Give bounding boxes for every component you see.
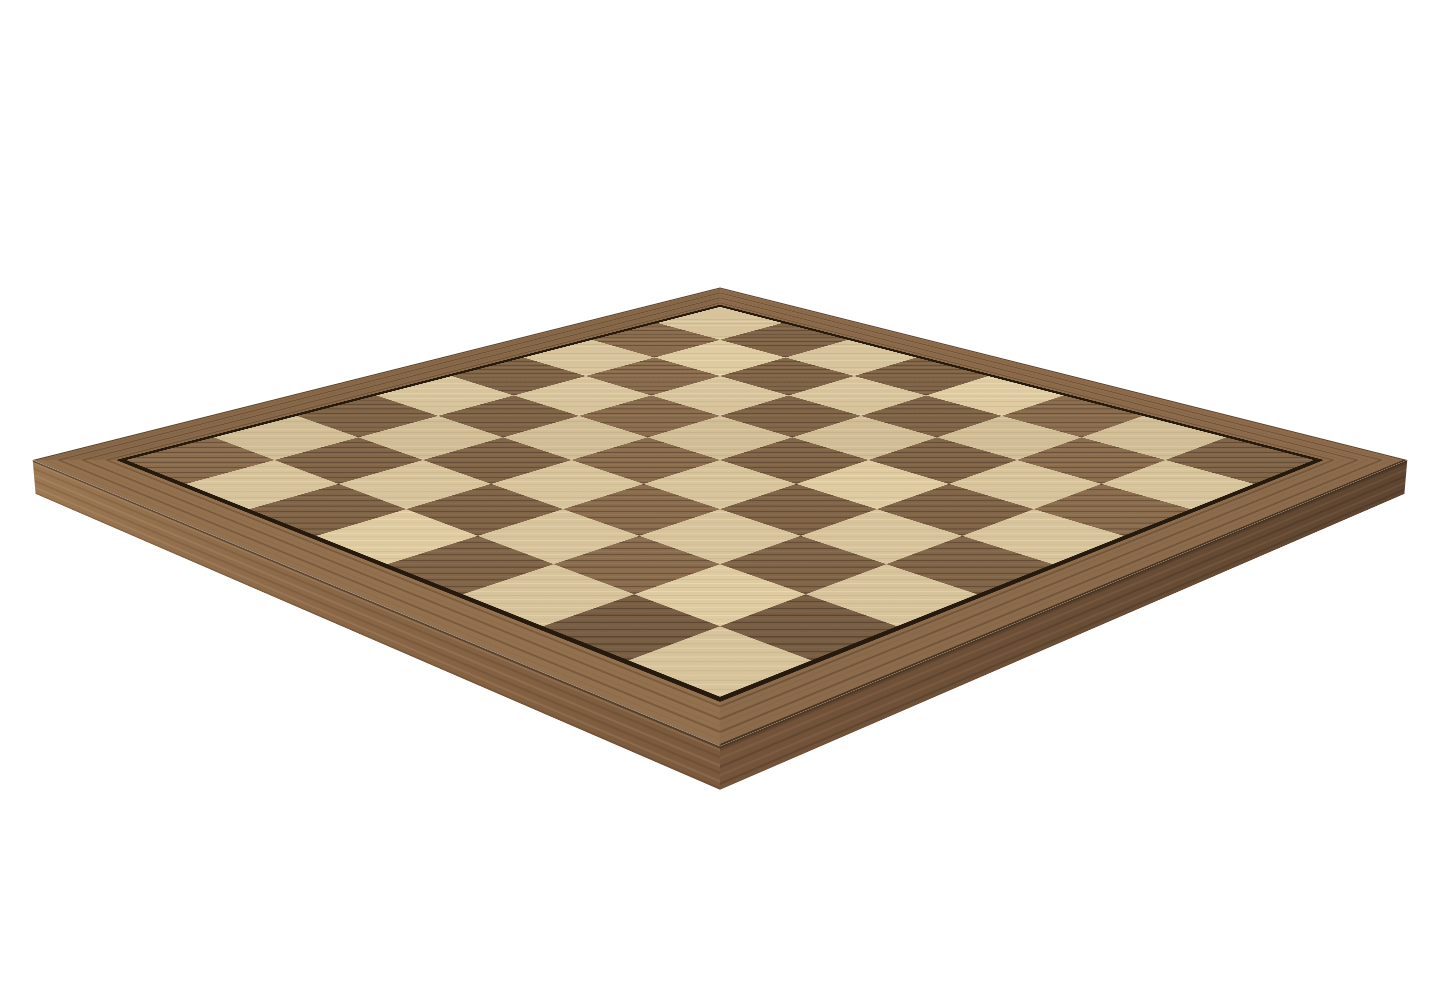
square-f2 <box>554 536 720 594</box>
board-top-surface <box>33 288 1408 747</box>
square-h4 <box>886 536 1052 594</box>
square-g6 <box>949 460 1102 509</box>
square-h2 <box>720 594 897 660</box>
square-g3 <box>720 536 886 594</box>
square-g1 <box>543 594 720 660</box>
square-e3 <box>563 484 720 536</box>
square-d3 <box>491 460 644 509</box>
square-f1 <box>463 564 634 626</box>
square-e4 <box>644 460 797 509</box>
square-e2 <box>478 509 639 564</box>
square-h1 <box>629 626 812 697</box>
chessboard <box>33 288 1408 747</box>
product-photo-scene <box>0 0 1445 1003</box>
square-c2 <box>339 460 492 509</box>
square-h7 <box>1101 460 1254 509</box>
square-h3 <box>806 564 977 626</box>
square-f4 <box>720 484 877 536</box>
square-c1 <box>249 484 406 536</box>
square-f3 <box>639 509 800 564</box>
square-h6 <box>1034 484 1191 536</box>
square-e1 <box>387 536 553 594</box>
square-g4 <box>801 509 962 564</box>
square-d1 <box>316 509 477 564</box>
square-g5 <box>877 484 1034 536</box>
square-d2 <box>406 484 563 536</box>
square-f5 <box>796 460 949 509</box>
square-g2 <box>634 564 805 626</box>
square-b1 <box>186 460 339 509</box>
playing-field <box>126 307 1314 697</box>
square-h5 <box>962 509 1123 564</box>
